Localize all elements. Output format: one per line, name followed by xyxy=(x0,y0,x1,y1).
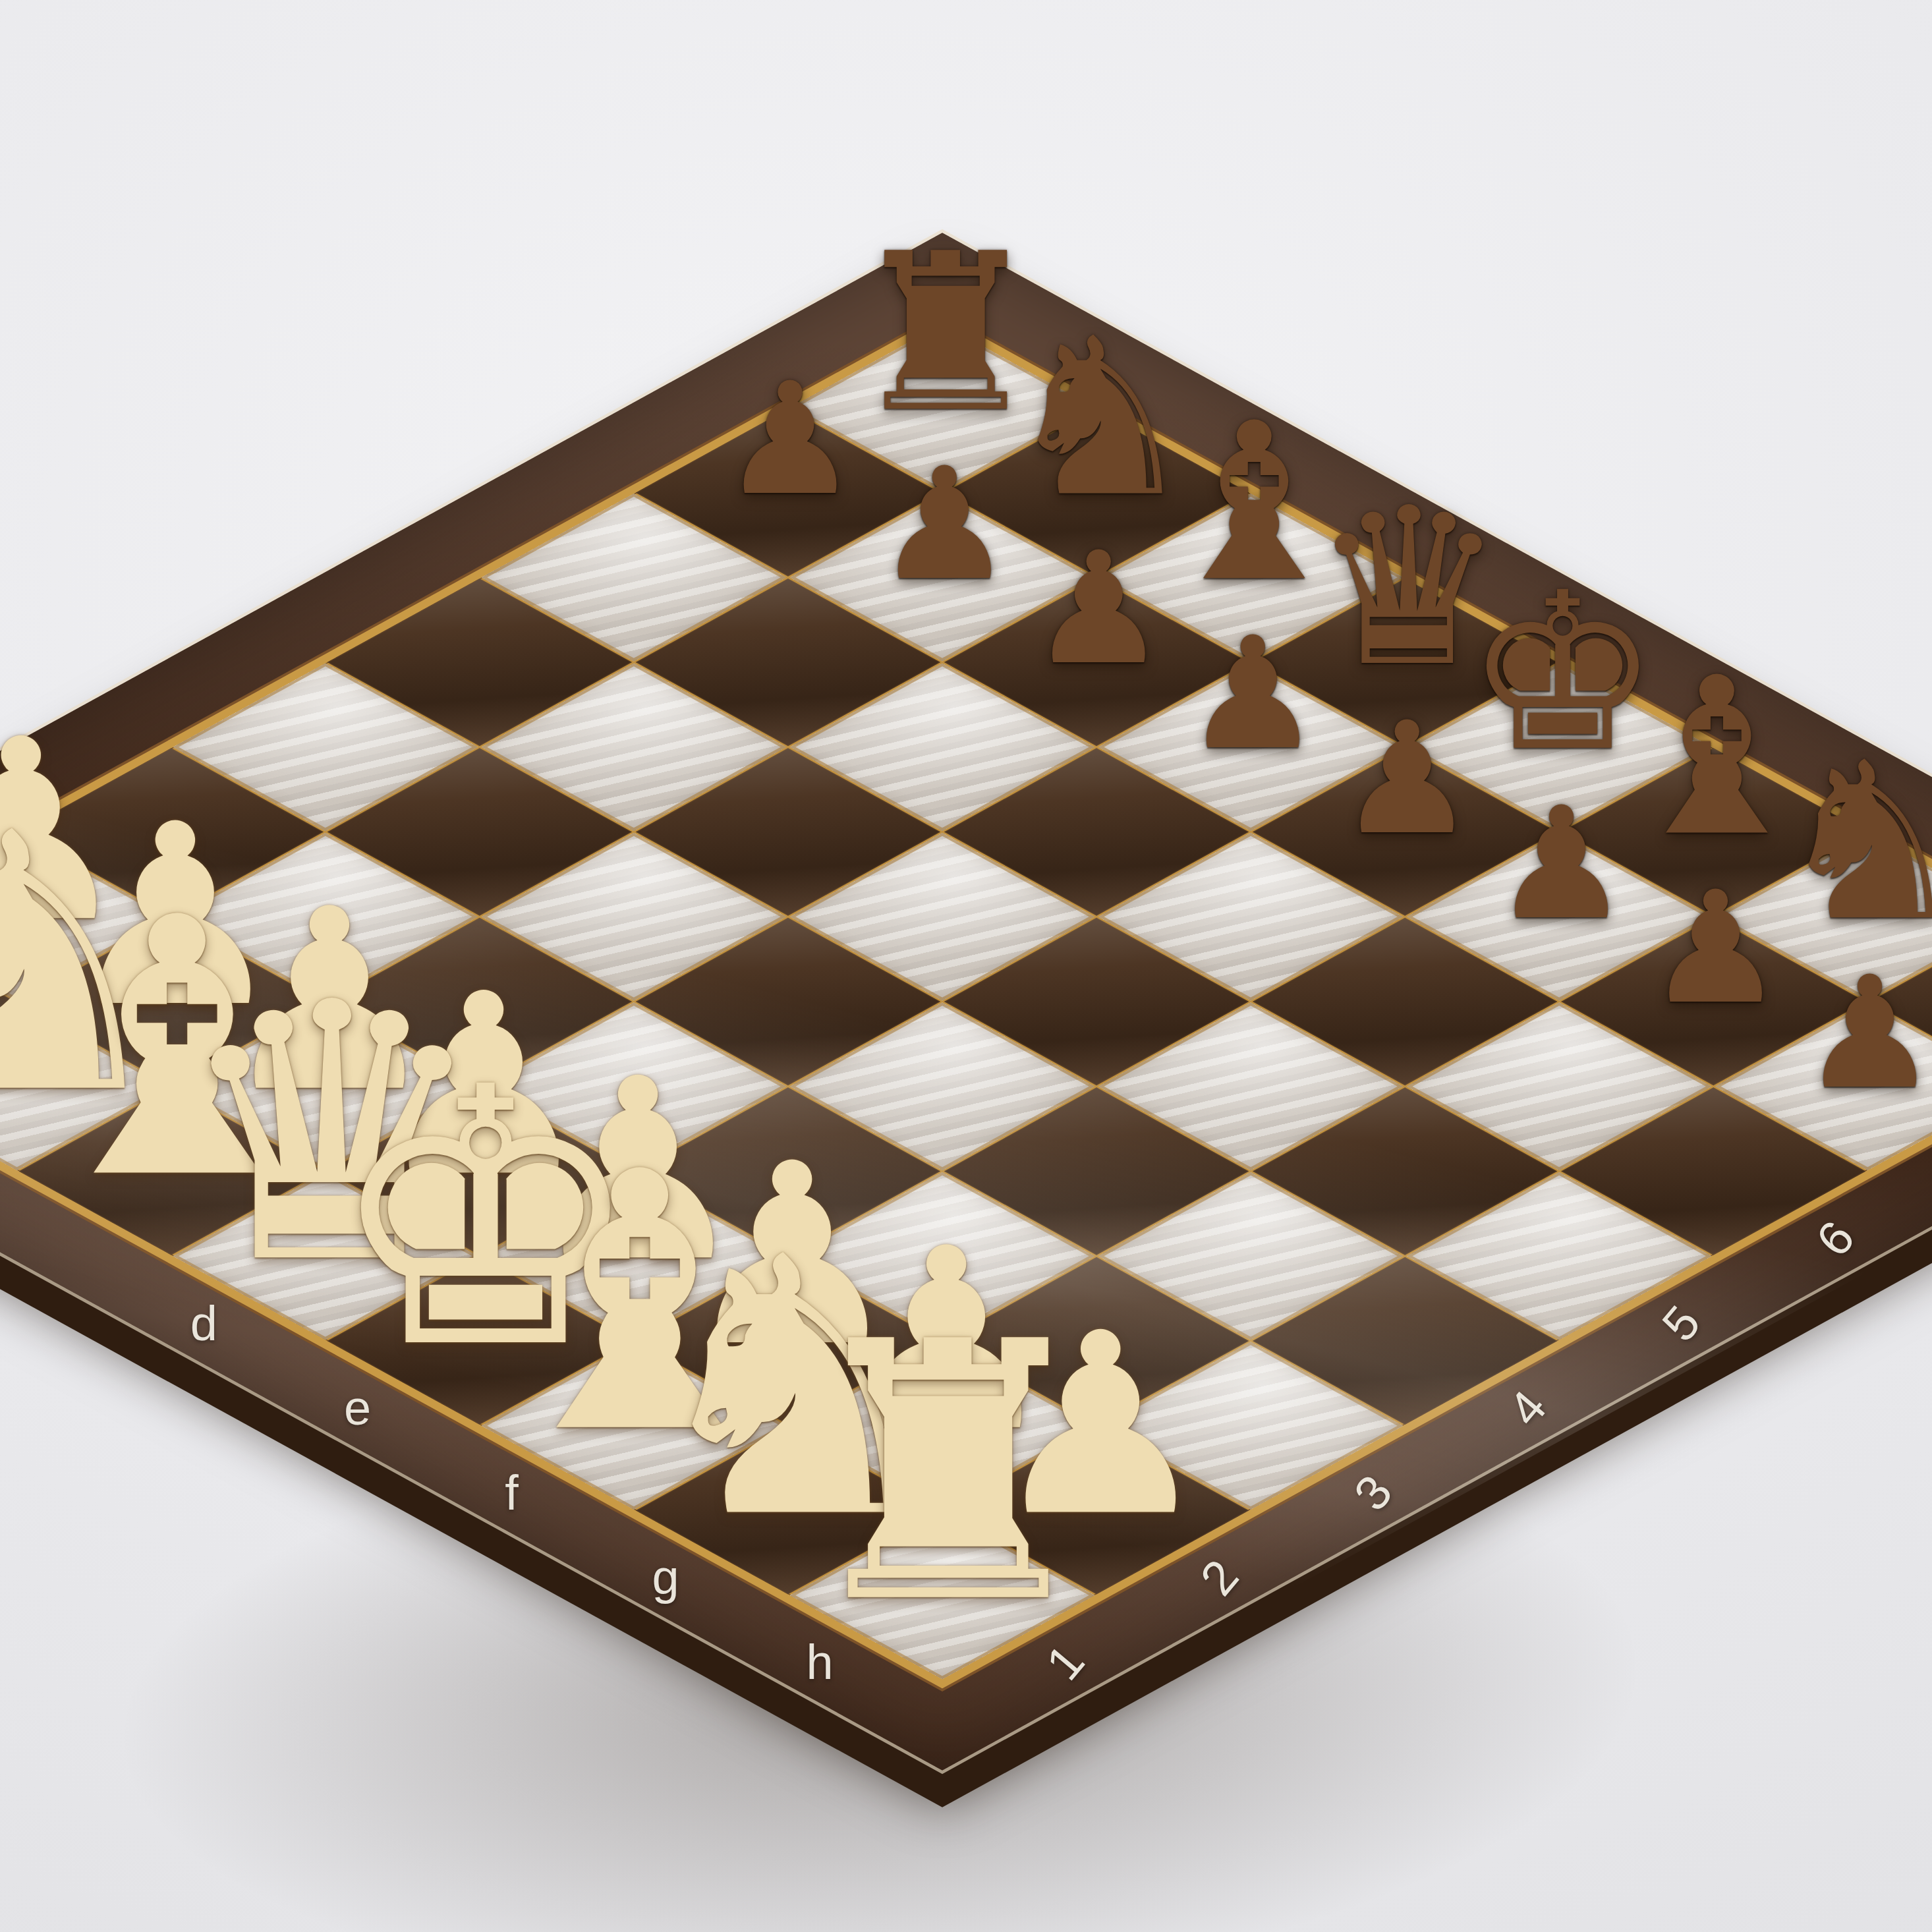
square-h1[interactable]: ♜ xyxy=(790,1512,1094,1679)
photo-stage: ♜♞♝♛♚♝♞♜♟♟♟♟♟♟♟♟♟♟♟♟♟♟♟♟♜♞♝♛♚♝♞♜ defgh12… xyxy=(0,0,1932,1932)
black-pawn-c7[interactable]: ♟ xyxy=(1013,528,1184,698)
black-pawn-g7[interactable]: ♟ xyxy=(1631,867,1802,1037)
black-pawn-h7[interactable]: ♟ xyxy=(1785,952,1932,1122)
white-rook-h1[interactable]: ♜ xyxy=(752,1287,1143,1678)
black-pawn-f7[interactable]: ♟ xyxy=(1477,783,1647,953)
black-pawn-a7[interactable]: ♟ xyxy=(705,358,876,528)
black-pawn-d7[interactable]: ♟ xyxy=(1168,613,1339,783)
black-pawn-b7[interactable]: ♟ xyxy=(859,443,1030,613)
black-pawn-e7[interactable]: ♟ xyxy=(1322,698,1493,868)
